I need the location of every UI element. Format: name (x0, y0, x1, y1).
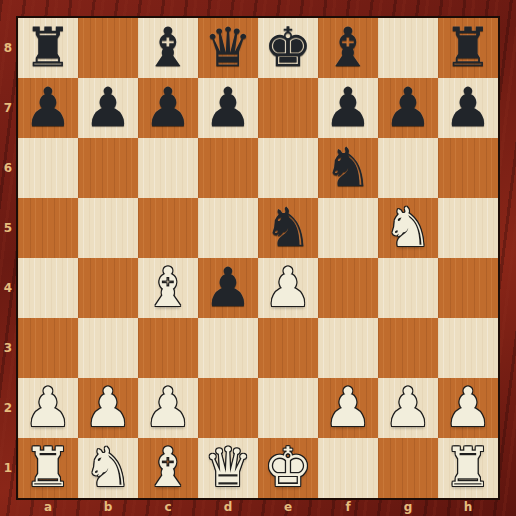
file-label-b: b (78, 500, 138, 516)
square-a4[interactable] (18, 258, 78, 318)
square-e3[interactable] (258, 318, 318, 378)
square-d3[interactable] (198, 318, 258, 378)
piece-black-bishop-c8[interactable]: ♝ (144, 18, 192, 78)
rank-label-7: 7 (0, 78, 16, 138)
piece-white-queen-d1[interactable]: ♛ (204, 438, 252, 498)
square-a1[interactable]: ♜ (18, 438, 78, 498)
file-label-g: g (378, 500, 438, 516)
square-g6[interactable] (378, 138, 438, 198)
square-e7[interactable] (258, 78, 318, 138)
square-b5[interactable] (78, 198, 138, 258)
square-h3[interactable] (438, 318, 498, 378)
square-g5[interactable]: ♞ (378, 198, 438, 258)
rank-label-8: 8 (0, 18, 16, 78)
file-label-e: e (258, 500, 318, 516)
piece-white-knight-b1[interactable]: ♞ (84, 438, 132, 498)
square-b3[interactable] (78, 318, 138, 378)
rank-label-6: 6 (0, 138, 16, 198)
piece-white-pawn-c2[interactable]: ♟ (144, 378, 192, 438)
piece-black-pawn-c7[interactable]: ♟ (144, 78, 192, 138)
piece-black-queen-d8[interactable]: ♛ (204, 18, 252, 78)
piece-white-king-e1[interactable]: ♚ (264, 438, 312, 498)
square-h2[interactable]: ♟ (438, 378, 498, 438)
square-c6[interactable] (138, 138, 198, 198)
square-e8[interactable]: ♚ (258, 18, 318, 78)
square-g4[interactable] (378, 258, 438, 318)
square-c5[interactable] (138, 198, 198, 258)
square-f8[interactable]: ♝ (318, 18, 378, 78)
rank-label-2: 2 (0, 378, 16, 438)
square-h7[interactable]: ♟ (438, 78, 498, 138)
square-g8[interactable] (378, 18, 438, 78)
square-f7[interactable]: ♟ (318, 78, 378, 138)
piece-black-bishop-f8[interactable]: ♝ (324, 18, 372, 78)
rank-label-4: 4 (0, 258, 16, 318)
piece-black-knight-f6[interactable]: ♞ (324, 138, 372, 198)
square-a8[interactable]: ♜ (18, 18, 78, 78)
square-c1[interactable]: ♝ (138, 438, 198, 498)
square-a5[interactable] (18, 198, 78, 258)
square-a6[interactable] (18, 138, 78, 198)
file-label-d: d (198, 500, 258, 516)
square-f2[interactable]: ♟ (318, 378, 378, 438)
square-a7[interactable]: ♟ (18, 78, 78, 138)
rank-label-3: 3 (0, 318, 16, 378)
piece-white-pawn-h2[interactable]: ♟ (444, 378, 492, 438)
file-label-c: c (138, 500, 198, 516)
piece-white-rook-h1[interactable]: ♜ (444, 438, 492, 498)
square-e4[interactable]: ♟ (258, 258, 318, 318)
chess-board-frame: ♜♝♛♚♝♜♟♟♟♟♟♟♟♞♞♞♝♟♟♟♟♟♟♟♟♜♞♝♛♚♜ 87654321… (0, 0, 516, 516)
square-d5[interactable] (198, 198, 258, 258)
square-f3[interactable] (318, 318, 378, 378)
square-c2[interactable]: ♟ (138, 378, 198, 438)
piece-white-bishop-c1[interactable]: ♝ (144, 438, 192, 498)
file-label-h: h (438, 500, 498, 516)
piece-black-pawn-a7[interactable]: ♟ (24, 78, 72, 138)
square-d6[interactable] (198, 138, 258, 198)
piece-black-pawn-d7[interactable]: ♟ (204, 78, 252, 138)
piece-black-knight-e5[interactable]: ♞ (264, 198, 312, 258)
square-d4[interactable]: ♟ (198, 258, 258, 318)
piece-black-pawn-b7[interactable]: ♟ (84, 78, 132, 138)
piece-white-pawn-g2[interactable]: ♟ (384, 378, 432, 438)
piece-white-pawn-b2[interactable]: ♟ (84, 378, 132, 438)
square-e5[interactable]: ♞ (258, 198, 318, 258)
piece-black-pawn-f7[interactable]: ♟ (324, 78, 372, 138)
piece-white-bishop-c4[interactable]: ♝ (144, 258, 192, 318)
piece-black-rook-h8[interactable]: ♜ (444, 18, 492, 78)
piece-white-knight-g5[interactable]: ♞ (384, 198, 432, 258)
square-d2[interactable] (198, 378, 258, 438)
piece-white-pawn-f2[interactable]: ♟ (324, 378, 372, 438)
square-c8[interactable]: ♝ (138, 18, 198, 78)
square-c4[interactable]: ♝ (138, 258, 198, 318)
piece-white-rook-a1[interactable]: ♜ (24, 438, 72, 498)
square-b1[interactable]: ♞ (78, 438, 138, 498)
piece-black-pawn-h7[interactable]: ♟ (444, 78, 492, 138)
square-b8[interactable] (78, 18, 138, 78)
square-f5[interactable] (318, 198, 378, 258)
square-h8[interactable]: ♜ (438, 18, 498, 78)
square-f4[interactable] (318, 258, 378, 318)
rank-label-1: 1 (0, 438, 16, 498)
square-h4[interactable] (438, 258, 498, 318)
square-b4[interactable] (78, 258, 138, 318)
piece-black-rook-a8[interactable]: ♜ (24, 18, 72, 78)
square-h6[interactable] (438, 138, 498, 198)
square-c3[interactable] (138, 318, 198, 378)
square-g3[interactable] (378, 318, 438, 378)
square-h1[interactable]: ♜ (438, 438, 498, 498)
square-f6[interactable]: ♞ (318, 138, 378, 198)
square-g2[interactable]: ♟ (378, 378, 438, 438)
piece-black-king-e8[interactable]: ♚ (264, 18, 312, 78)
square-b7[interactable]: ♟ (78, 78, 138, 138)
square-a3[interactable] (18, 318, 78, 378)
square-d8[interactable]: ♛ (198, 18, 258, 78)
square-h5[interactable] (438, 198, 498, 258)
piece-black-pawn-d4[interactable]: ♟ (204, 258, 252, 318)
square-a2[interactable]: ♟ (18, 378, 78, 438)
file-label-a: a (18, 500, 78, 516)
square-c7[interactable]: ♟ (138, 78, 198, 138)
piece-black-pawn-g7[interactable]: ♟ (384, 78, 432, 138)
square-b2[interactable]: ♟ (78, 378, 138, 438)
square-g7[interactable]: ♟ (378, 78, 438, 138)
file-label-f: f (318, 500, 378, 516)
chess-board: ♜♝♛♚♝♜♟♟♟♟♟♟♟♞♞♞♝♟♟♟♟♟♟♟♟♜♞♝♛♚♜ (16, 16, 500, 500)
square-d7[interactable]: ♟ (198, 78, 258, 138)
piece-white-pawn-e4[interactable]: ♟ (264, 258, 312, 318)
rank-label-5: 5 (0, 198, 16, 258)
square-d1[interactable]: ♛ (198, 438, 258, 498)
square-e2[interactable] (258, 378, 318, 438)
square-e6[interactable] (258, 138, 318, 198)
square-b6[interactable] (78, 138, 138, 198)
square-g1[interactable] (378, 438, 438, 498)
square-e1[interactable]: ♚ (258, 438, 318, 498)
piece-white-pawn-a2[interactable]: ♟ (24, 378, 72, 438)
square-f1[interactable] (318, 438, 378, 498)
